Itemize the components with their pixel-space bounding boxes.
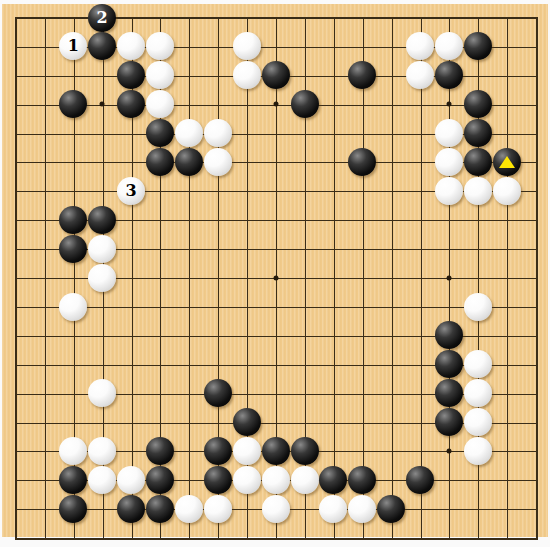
stone-black: [88, 32, 116, 60]
stone-black: [435, 408, 463, 436]
stone-white: 3: [117, 177, 145, 205]
stone-black: [204, 437, 232, 465]
stones-layer: 213: [0, 0, 550, 547]
go-diagram: 213: [0, 0, 550, 547]
stone-black: [464, 32, 492, 60]
stone-white: [204, 495, 232, 523]
stone-black: [204, 379, 232, 407]
stone-black: [435, 379, 463, 407]
stone-black: [348, 148, 376, 176]
stone-white: [175, 495, 203, 523]
stone-black: [291, 437, 319, 465]
stone-black: [262, 61, 290, 89]
stone-white: [464, 379, 492, 407]
stone-white: [464, 437, 492, 465]
stone-white: [59, 293, 87, 321]
stone-white: [435, 119, 463, 147]
stone-black: [464, 90, 492, 118]
stone-white: [175, 119, 203, 147]
stone-black: [319, 466, 347, 494]
stone-white: [233, 32, 261, 60]
stone-white: [262, 495, 290, 523]
stone-white: [204, 148, 232, 176]
stone-black: [291, 90, 319, 118]
stone-black: [117, 495, 145, 523]
stone-white: [435, 148, 463, 176]
stone-black: [204, 466, 232, 494]
stone-white: [146, 90, 174, 118]
triangle-marker-icon: [499, 156, 515, 168]
stone-white: [464, 177, 492, 205]
stone-black: 2: [88, 4, 116, 32]
stone-black: [146, 466, 174, 494]
stone-black: [435, 350, 463, 378]
stone-black: [348, 61, 376, 89]
stone-black: [406, 466, 434, 494]
stone-black: [464, 148, 492, 176]
stone-white: [291, 466, 319, 494]
stone-black: [464, 119, 492, 147]
stone-black: [59, 235, 87, 263]
stone-white: [464, 408, 492, 436]
stone-white: [146, 61, 174, 89]
stone-white: [233, 437, 261, 465]
move-number-label: 1: [68, 38, 79, 54]
stone-white: [146, 32, 174, 60]
stone-black: [435, 61, 463, 89]
stone-white: [493, 177, 521, 205]
stone-black: [348, 466, 376, 494]
stone-black: [59, 206, 87, 234]
stone-white: [233, 466, 261, 494]
stone-white: [464, 293, 492, 321]
stone-black: [117, 90, 145, 118]
stone-black: [146, 495, 174, 523]
stone-black: [175, 148, 203, 176]
stone-white: [435, 177, 463, 205]
stone-black: [233, 408, 261, 436]
stone-black: [59, 90, 87, 118]
stone-white: [117, 466, 145, 494]
stone-white: [204, 119, 232, 147]
stone-white: [233, 61, 261, 89]
move-number-label: 2: [97, 10, 108, 26]
stone-white: [88, 437, 116, 465]
stone-white: [262, 466, 290, 494]
stone-black: [377, 495, 405, 523]
stone-white: [59, 437, 87, 465]
stone-black: [146, 119, 174, 147]
stone-black: [117, 61, 145, 89]
stone-white: 1: [59, 32, 87, 60]
stone-white: [117, 32, 145, 60]
move-number-label: 3: [126, 183, 137, 199]
stone-black: [59, 495, 87, 523]
stone-white: [88, 235, 116, 263]
stone-black: [435, 321, 463, 349]
stone-black: [262, 437, 290, 465]
stone-white: [464, 350, 492, 378]
stone-white: [88, 379, 116, 407]
stone-black: [493, 148, 521, 176]
stone-white: [435, 32, 463, 60]
stone-white: [348, 495, 376, 523]
stone-white: [406, 61, 434, 89]
stone-white: [319, 495, 347, 523]
stone-black: [146, 148, 174, 176]
stone-black: [146, 437, 174, 465]
stone-black: [59, 466, 87, 494]
stone-white: [406, 32, 434, 60]
stone-white: [88, 466, 116, 494]
stone-black: [88, 206, 116, 234]
stone-white: [88, 264, 116, 292]
